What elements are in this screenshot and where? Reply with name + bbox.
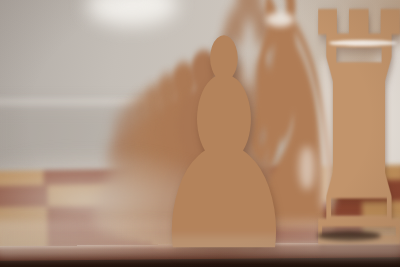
- board-edge-haze: [0, 236, 400, 258]
- chess-photo-scene: Close-up macro photograph with shallow d…: [0, 0, 400, 267]
- rook-top-rim-highlight: [329, 40, 397, 46]
- focus-pawn: ♟: [146, 2, 302, 267]
